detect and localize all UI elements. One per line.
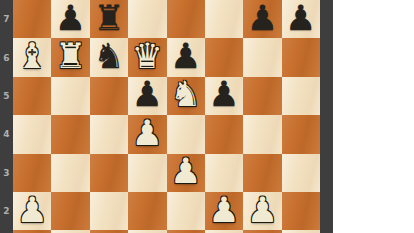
square-e3[interactable]: ♟ — [167, 154, 205, 192]
white-knight[interactable]: ♞ — [170, 77, 201, 112]
square-c2[interactable] — [90, 192, 128, 230]
black-pawn[interactable]: ♟ — [247, 1, 278, 36]
square-c7[interactable]: ♜ — [90, 0, 128, 38]
white-pawn[interactable]: ♟ — [208, 193, 239, 228]
black-pawn[interactable]: ♟ — [55, 1, 86, 36]
page-background — [333, 0, 414, 233]
square-g6[interactable] — [243, 38, 281, 76]
square-h5[interactable] — [282, 77, 320, 115]
square-c3[interactable] — [90, 154, 128, 192]
square-a7[interactable] — [13, 0, 51, 38]
square-b6[interactable]: ♜ — [51, 38, 89, 76]
square-f6[interactable] — [205, 38, 243, 76]
square-e5[interactable]: ♞ — [167, 77, 205, 115]
square-a5[interactable] — [13, 77, 51, 115]
square-f5[interactable]: ♟ — [205, 77, 243, 115]
square-b4[interactable] — [51, 115, 89, 153]
white-pawn[interactable]: ♟ — [247, 193, 278, 228]
square-d5[interactable]: ♟ — [128, 77, 166, 115]
rank-label-2: 2 — [0, 192, 13, 230]
square-f7[interactable] — [205, 0, 243, 38]
black-pawn[interactable]: ♟ — [132, 77, 163, 112]
black-pawn[interactable]: ♟ — [285, 1, 316, 36]
square-f1[interactable] — [205, 230, 243, 233]
rank-label-6: 6 — [0, 38, 13, 76]
square-d4[interactable]: ♟ — [128, 115, 166, 153]
square-h3[interactable] — [282, 154, 320, 192]
square-a4[interactable] — [13, 115, 51, 153]
rank-label-3: 3 — [0, 154, 13, 192]
square-h1[interactable] — [282, 230, 320, 233]
square-c6[interactable]: ♞ — [90, 38, 128, 76]
square-b3[interactable] — [51, 154, 89, 192]
white-bishop[interactable]: ♝ — [16, 39, 47, 74]
square-g4[interactable] — [243, 115, 281, 153]
black-pawn[interactable]: ♟ — [170, 39, 201, 74]
square-a3[interactable] — [13, 154, 51, 192]
square-e6[interactable]: ♟ — [167, 38, 205, 76]
square-d3[interactable] — [128, 154, 166, 192]
board-right-edge-strip — [320, 0, 333, 233]
chess-board[interactable]: ♟♜♟♟♝♜♞♛♟♟♞♟♟♟♟♟♟ — [13, 0, 320, 233]
square-g2[interactable]: ♟ — [243, 192, 281, 230]
square-d1[interactable] — [128, 230, 166, 233]
white-queen[interactable]: ♛ — [132, 39, 163, 74]
square-b1[interactable] — [51, 230, 89, 233]
square-g1[interactable] — [243, 230, 281, 233]
black-pawn[interactable]: ♟ — [208, 77, 239, 112]
square-a1[interactable] — [13, 230, 51, 233]
square-c4[interactable] — [90, 115, 128, 153]
chess-board-screenshot: 765432 ♟♜♟♟♝♜♞♛♟♟♞♟♟♟♟♟♟ — [0, 0, 414, 233]
square-c5[interactable] — [90, 77, 128, 115]
black-knight[interactable]: ♞ — [93, 39, 124, 74]
square-a2[interactable]: ♟ — [13, 192, 51, 230]
square-f3[interactable] — [205, 154, 243, 192]
square-e4[interactable] — [167, 115, 205, 153]
white-pawn[interactable]: ♟ — [170, 154, 201, 189]
square-h4[interactable] — [282, 115, 320, 153]
square-h7[interactable]: ♟ — [282, 0, 320, 38]
white-pawn[interactable]: ♟ — [16, 193, 47, 228]
white-pawn[interactable]: ♟ — [132, 116, 163, 151]
square-h6[interactable] — [282, 38, 320, 76]
square-c1[interactable] — [90, 230, 128, 233]
square-b2[interactable] — [51, 192, 89, 230]
square-g7[interactable]: ♟ — [243, 0, 281, 38]
square-a6[interactable]: ♝ — [13, 38, 51, 76]
square-d2[interactable] — [128, 192, 166, 230]
square-e7[interactable] — [167, 0, 205, 38]
rank-label-5: 5 — [0, 77, 13, 115]
rank-label-7: 7 — [0, 0, 13, 38]
rank-label-4: 4 — [0, 115, 13, 153]
square-d6[interactable]: ♛ — [128, 38, 166, 76]
square-f4[interactable] — [205, 115, 243, 153]
rank-coordinate-strip: 765432 — [0, 0, 13, 233]
square-g5[interactable] — [243, 77, 281, 115]
square-f2[interactable]: ♟ — [205, 192, 243, 230]
square-b5[interactable] — [51, 77, 89, 115]
black-rook[interactable]: ♜ — [93, 1, 124, 36]
square-e1[interactable] — [167, 230, 205, 233]
square-h2[interactable] — [282, 192, 320, 230]
white-rook[interactable]: ♜ — [55, 39, 86, 74]
square-d7[interactable] — [128, 0, 166, 38]
square-e2[interactable] — [167, 192, 205, 230]
square-g3[interactable] — [243, 154, 281, 192]
square-b7[interactable]: ♟ — [51, 0, 89, 38]
